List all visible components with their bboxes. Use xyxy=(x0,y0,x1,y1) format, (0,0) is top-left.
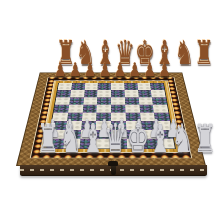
square-c5 xyxy=(82,105,97,113)
square-c2 xyxy=(80,130,96,139)
square-e5 xyxy=(111,105,125,113)
square-h3 xyxy=(155,121,171,130)
square-b6 xyxy=(69,97,84,104)
square-d7 xyxy=(97,90,111,97)
black-knight: ♞ xyxy=(174,37,194,70)
square-h1 xyxy=(158,139,175,149)
latch-stem xyxy=(111,166,116,175)
box-latch-icon xyxy=(106,161,120,178)
square-c8 xyxy=(84,83,98,90)
square-d8 xyxy=(98,83,111,90)
square-f5 xyxy=(125,105,140,113)
square-e2 xyxy=(111,130,127,139)
square-g1 xyxy=(142,139,159,149)
square-c7 xyxy=(84,90,98,97)
square-a2 xyxy=(49,130,66,139)
square-b1 xyxy=(63,139,80,149)
square-a6 xyxy=(55,97,70,104)
black-queen: ♛ xyxy=(115,37,135,70)
square-g5 xyxy=(139,105,154,113)
square-e4 xyxy=(111,113,126,121)
black-knight: ♞ xyxy=(76,37,96,70)
square-c3 xyxy=(81,121,97,130)
square-g7 xyxy=(138,90,152,97)
square-f4 xyxy=(125,113,140,121)
square-d4 xyxy=(96,113,111,121)
square-h6 xyxy=(152,97,167,104)
square-f3 xyxy=(126,121,142,130)
square-b5 xyxy=(68,105,83,113)
square-d3 xyxy=(96,121,111,130)
board-frame-inlay-band xyxy=(30,77,193,158)
square-e6 xyxy=(111,97,125,104)
square-e3 xyxy=(111,121,126,130)
square-b7 xyxy=(70,90,84,97)
board-grid xyxy=(46,83,176,149)
square-g2 xyxy=(141,130,157,139)
square-d6 xyxy=(97,97,111,104)
square-f6 xyxy=(125,97,139,104)
board-frame-amber-band xyxy=(40,80,183,152)
square-a3 xyxy=(51,121,67,130)
black-bishop: ♝ xyxy=(95,37,115,70)
square-d2 xyxy=(95,130,111,139)
chess-board xyxy=(16,73,206,166)
square-h8 xyxy=(150,83,164,90)
square-b3 xyxy=(66,121,82,130)
square-e8 xyxy=(111,83,124,90)
black-rook: ♜ xyxy=(56,37,76,70)
square-f8 xyxy=(124,83,138,90)
square-f2 xyxy=(126,130,142,139)
square-a4 xyxy=(52,113,68,121)
square-f1 xyxy=(127,139,143,149)
square-g3 xyxy=(140,121,156,130)
square-c4 xyxy=(82,113,97,121)
square-c6 xyxy=(83,97,97,104)
square-b8 xyxy=(71,83,85,90)
black-rook: ♜ xyxy=(194,37,214,70)
square-h5 xyxy=(153,105,168,113)
square-d1 xyxy=(95,139,111,149)
black-bishop: ♝ xyxy=(155,37,175,70)
square-g4 xyxy=(140,113,155,121)
square-c1 xyxy=(79,139,95,149)
square-h7 xyxy=(151,90,166,97)
square-e1 xyxy=(111,139,127,149)
square-h4 xyxy=(154,113,170,121)
square-b4 xyxy=(67,113,82,121)
square-b2 xyxy=(64,130,80,139)
board-frame-wood xyxy=(16,73,206,166)
square-e7 xyxy=(111,90,125,97)
square-a1 xyxy=(47,139,64,149)
square-h2 xyxy=(156,130,173,139)
rank-8-row: ♜♞♝♛♚♝♞♜ xyxy=(56,34,168,70)
square-a7 xyxy=(56,90,71,97)
chess-set-photo: ♜♞♝♛♚♝♞♜♟♟♟♟♟♟♟♟♟♟♟♟♟♟♟♟♜♞♝♛♚♝♞♜ xyxy=(0,0,222,222)
square-g8 xyxy=(137,83,151,90)
black-king: ♚ xyxy=(135,37,155,70)
scene: ♜♞♝♛♚♝♞♜♟♟♟♟♟♟♟♟♟♟♟♟♟♟♟♟♜♞♝♛♚♝♞♜ xyxy=(0,0,222,222)
square-a5 xyxy=(54,105,69,113)
square-g6 xyxy=(138,97,153,104)
square-a8 xyxy=(58,83,72,90)
square-d5 xyxy=(97,105,111,113)
square-f7 xyxy=(124,90,138,97)
